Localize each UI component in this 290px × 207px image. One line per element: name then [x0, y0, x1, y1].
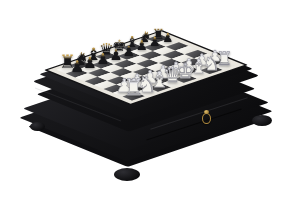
drawer-ring-pull-icon[interactable]	[202, 113, 211, 124]
piece-black-pawn[interactable]: ♟	[96, 52, 109, 67]
drawer-ring-mount	[204, 110, 209, 114]
bun-foot-front	[114, 168, 140, 181]
piece-black-pawn[interactable]: ♟	[162, 32, 173, 44]
product-photo-scene: ♜♟♞♟♝♟♚♟♛♟♝♟♟♞♜♟♟♜♞♟♟♝♟♚♟♛♟♝♟♞♟♜	[0, 0, 290, 207]
bun-foot-right	[252, 115, 272, 126]
piece-black-pawn[interactable]: ♟	[83, 56, 97, 72]
piece-black-pawn[interactable]: ♟	[136, 40, 148, 54]
piece-black-pawn[interactable]: ♟	[149, 36, 161, 49]
piece-white-rook[interactable]: ♜	[123, 77, 143, 100]
piece-black-pawn[interactable]: ♟	[109, 48, 122, 63]
piece-black-pawn[interactable]: ♟	[70, 59, 84, 75]
bun-foot-left	[30, 122, 45, 131]
piece-black-pawn[interactable]: ♟	[123, 44, 136, 58]
